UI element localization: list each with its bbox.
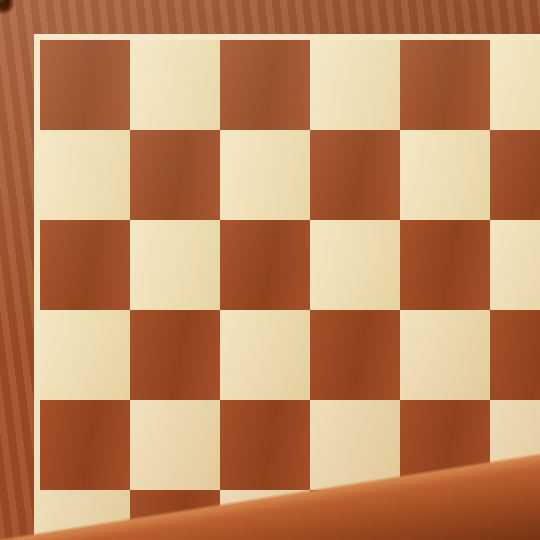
pieces-layer: ♜♜♞♞♝♝♛♛♚♚♝♝♞♞♜♜♟♟♟♟♟♟♟♟♟♟♟♟♟♟♟♟♟♟♟♟♟♟♟♟… xyxy=(0,0,540,540)
piece-black-rook[interactable]: ♜ xyxy=(0,0,7,5)
chess-set-photo: ♜♜♞♞♝♝♛♛♚♚♝♝♞♞♜♜♟♟♟♟♟♟♟♟♟♟♟♟♟♟♟♟♟♟♟♟♟♟♟♟… xyxy=(0,0,540,540)
